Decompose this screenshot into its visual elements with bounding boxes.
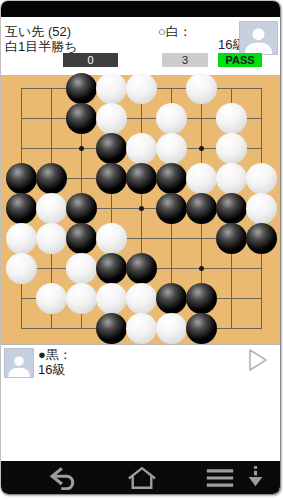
white-stone	[96, 73, 127, 104]
white-stone	[6, 253, 37, 284]
home-icon	[125, 466, 159, 490]
home-button[interactable]	[123, 461, 161, 494]
black-stone	[156, 283, 187, 314]
white-stone	[246, 193, 277, 224]
black-stone	[186, 193, 217, 224]
white-stone	[246, 163, 277, 194]
person-icon	[242, 24, 275, 54]
star-point	[199, 146, 204, 151]
back-icon	[48, 466, 78, 490]
white-stone	[126, 313, 157, 344]
white-stone	[126, 73, 157, 104]
black-stone	[66, 73, 97, 104]
status-bar	[1, 1, 280, 17]
play-triangle-icon	[247, 348, 269, 372]
white-stone	[66, 283, 97, 314]
black-captures-counter: 0	[63, 53, 118, 67]
game-info-header: 互い先 (52) 白1目半勝ち ○白： 16級 0 3 PASS	[1, 17, 280, 75]
menu-icon	[205, 467, 235, 489]
black-stone	[216, 193, 247, 224]
back-button[interactable]	[45, 461, 81, 494]
black-stone	[126, 163, 157, 194]
star-point	[79, 146, 84, 151]
black-player-label: ●黒：	[38, 348, 72, 362]
black-stone	[186, 313, 217, 344]
white-stone	[216, 103, 247, 134]
person-icon	[6, 353, 32, 377]
black-stone	[96, 163, 127, 194]
black-stone	[66, 193, 97, 224]
white-stone	[156, 313, 187, 344]
black-stone	[6, 193, 37, 224]
hide-nav-button[interactable]	[243, 461, 267, 494]
white-stone	[156, 103, 187, 134]
go-board[interactable]	[1, 75, 280, 344]
black-stone	[66, 103, 97, 134]
black-stone	[126, 253, 157, 284]
android-nav-bar	[1, 461, 280, 494]
white-stone	[96, 103, 127, 134]
black-stone	[246, 223, 277, 254]
star-point	[199, 266, 204, 271]
black-stone	[36, 163, 67, 194]
menu-button[interactable]	[203, 461, 237, 494]
black-stone	[96, 133, 127, 164]
white-stone	[66, 253, 97, 284]
black-stone	[156, 193, 187, 224]
white-stone	[96, 223, 127, 254]
white-captures-counter: 3	[162, 53, 208, 67]
black-stone	[216, 223, 247, 254]
black-stone	[96, 313, 127, 344]
black-player-avatar	[4, 348, 34, 378]
hide-nav-icon	[247, 465, 264, 490]
black-player-rank: 16級	[38, 363, 65, 377]
black-stone	[66, 223, 97, 254]
white-stone	[36, 223, 67, 254]
white-stone	[156, 133, 187, 164]
star-point	[139, 206, 144, 211]
black-stone	[156, 163, 187, 194]
black-stone	[186, 283, 217, 314]
white-stone	[186, 73, 217, 104]
white-stone	[126, 283, 157, 314]
match-info: 互い先 (52)	[5, 25, 71, 39]
white-stone	[6, 223, 37, 254]
white-stone	[36, 283, 67, 314]
white-stone	[216, 133, 247, 164]
white-stone	[96, 283, 127, 314]
white-stone	[36, 193, 67, 224]
result-info: 白1目半勝ち	[5, 40, 78, 54]
black-player-bar: ●黒： 16級	[1, 344, 280, 383]
pass-indicator: PASS	[218, 53, 262, 67]
white-player-avatar	[239, 21, 278, 55]
black-stone	[6, 163, 37, 194]
device-frame: 互い先 (52) 白1目半勝ち ○白： 16級 0 3 PASS ●黒： 16級	[1, 1, 280, 494]
white-stone	[216, 163, 247, 194]
white-stone	[186, 163, 217, 194]
play-button[interactable]	[247, 348, 269, 372]
white-player-label: ○白：	[158, 25, 192, 39]
black-stone	[96, 253, 127, 284]
white-stone	[126, 133, 157, 164]
